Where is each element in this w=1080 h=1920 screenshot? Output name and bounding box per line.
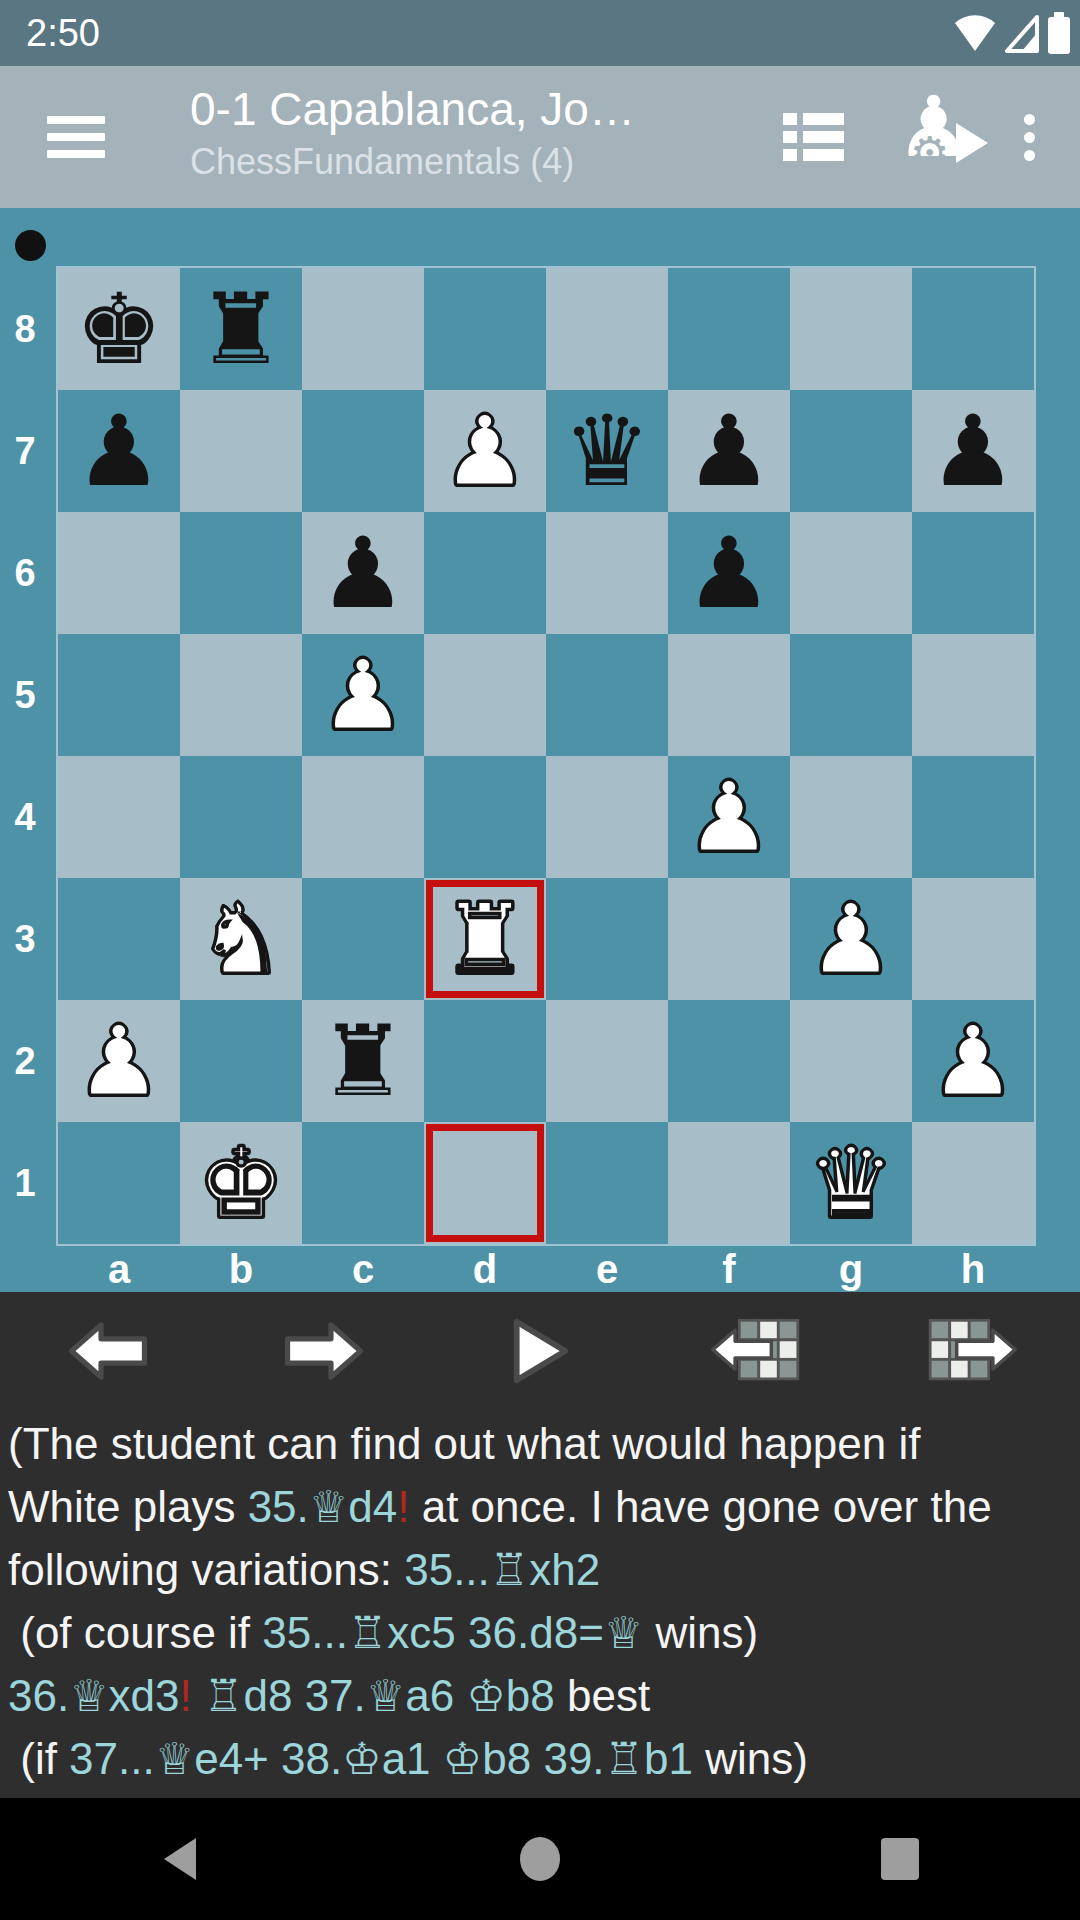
- rank-label-4: 4: [0, 756, 50, 878]
- square-b7[interactable]: [180, 390, 302, 512]
- rank-label-1: 1: [0, 1122, 50, 1244]
- comment-text: (The student can find out what would hap…: [8, 1419, 920, 1468]
- square-b6[interactable]: [180, 512, 302, 634]
- black-piece-k: ♚: [75, 280, 163, 378]
- square-f4[interactable]: ♟: [668, 756, 790, 878]
- next-move-button[interactable]: [216, 1292, 432, 1410]
- previous-game-button[interactable]: [648, 1292, 864, 1410]
- square-h2[interactable]: ♟: [912, 1000, 1034, 1122]
- square-h8[interactable]: [912, 268, 1034, 390]
- comment-text: best: [555, 1671, 650, 1720]
- move-text[interactable]: 35.♕d4: [248, 1482, 398, 1531]
- square-f6[interactable]: ♟: [668, 512, 790, 634]
- white-piece-p: ♟: [929, 1012, 1017, 1110]
- black-piece-r: ♜: [197, 280, 285, 378]
- black-to-move-indicator: [15, 230, 46, 261]
- square-e2[interactable]: [546, 1000, 668, 1122]
- cell-signal-icon: [1004, 11, 1040, 55]
- file-label-b: b: [180, 1246, 302, 1292]
- square-d5[interactable]: [424, 634, 546, 756]
- square-f1[interactable]: [668, 1122, 790, 1244]
- black-piece-p: ♟: [319, 524, 407, 622]
- square-a6[interactable]: [58, 512, 180, 634]
- square-d6[interactable]: [424, 512, 546, 634]
- square-a4[interactable]: [58, 756, 180, 878]
- white-piece-p: ♟: [75, 1012, 163, 1110]
- file-label-e: e: [546, 1246, 668, 1292]
- square-c4[interactable]: [302, 756, 424, 878]
- file-label-h: h: [912, 1246, 1034, 1292]
- previous-move-button[interactable]: [0, 1292, 216, 1410]
- square-h1[interactable]: [912, 1122, 1034, 1244]
- rank-labels: 87654321: [0, 268, 50, 1244]
- square-a5[interactable]: [58, 634, 180, 756]
- overflow-menu-icon[interactable]: [1024, 114, 1036, 161]
- square-c5[interactable]: ♟: [302, 634, 424, 756]
- square-h5[interactable]: [912, 634, 1034, 756]
- square-g1[interactable]: ♛: [790, 1122, 912, 1244]
- square-d2[interactable]: [424, 1000, 546, 1122]
- square-c6[interactable]: ♟: [302, 512, 424, 634]
- last-move-highlight-d3: [426, 880, 544, 998]
- square-c8[interactable]: [302, 268, 424, 390]
- recents-button[interactable]: [720, 1836, 1080, 1882]
- square-f2[interactable]: [668, 1000, 790, 1122]
- black-piece-p: ♟: [929, 402, 1017, 500]
- black-piece-p: ♟: [685, 402, 773, 500]
- square-g3[interactable]: ♟: [790, 878, 912, 1000]
- file-label-c: c: [302, 1246, 424, 1292]
- autoplay-button[interactable]: [432, 1292, 648, 1410]
- comment-text: White plays: [8, 1482, 248, 1531]
- square-a7[interactable]: ♟: [58, 390, 180, 512]
- android-nav-bar: [0, 1798, 1080, 1920]
- comment-text: wins): [693, 1734, 808, 1783]
- move-text[interactable]: ♖d8 37.♕a6 ♔b8: [192, 1671, 555, 1720]
- square-e5[interactable]: [546, 634, 668, 756]
- last-move-highlight-d1: [426, 1124, 544, 1242]
- appbar-actions: ♟ ⚙: [783, 66, 1080, 208]
- square-b4[interactable]: [180, 756, 302, 878]
- rank-label-3: 3: [0, 878, 50, 1000]
- board-forward-icon: [926, 1316, 1018, 1386]
- square-b8[interactable]: ♜: [180, 268, 302, 390]
- back-icon: [160, 1836, 200, 1882]
- square-a8[interactable]: ♚: [58, 268, 180, 390]
- menu-icon[interactable]: [47, 116, 105, 158]
- square-c2[interactable]: ♜: [302, 1000, 424, 1122]
- square-g8[interactable]: [790, 268, 912, 390]
- back-button[interactable]: [0, 1836, 360, 1882]
- nag-annotation: !: [397, 1482, 409, 1531]
- square-h4[interactable]: [912, 756, 1034, 878]
- square-c1[interactable]: [302, 1122, 424, 1244]
- file-labels: abcdefgh: [58, 1246, 1034, 1292]
- annotation-line-1: (The student can find out what would hap…: [8, 1412, 1072, 1475]
- controls-bar: [0, 1292, 1080, 1410]
- square-d8[interactable]: [424, 268, 546, 390]
- square-e4[interactable]: [546, 756, 668, 878]
- status-bar: 2:50: [0, 0, 1080, 66]
- square-g7[interactable]: [790, 390, 912, 512]
- annotation-panel: (The student can find out what would hap…: [0, 1410, 1080, 1798]
- square-e1[interactable]: [546, 1122, 668, 1244]
- black-piece-r: ♜: [319, 1012, 407, 1110]
- comment-text: (of course if: [8, 1608, 262, 1657]
- board: ♚♜♟♟♛♟♟♟♟♟♟♞♜♟♟♜♟♚♛: [58, 268, 1034, 1244]
- square-e6[interactable]: [546, 512, 668, 634]
- forward-arrow-icon: [282, 1318, 366, 1384]
- square-f8[interactable]: [668, 268, 790, 390]
- rank-label-7: 7: [0, 390, 50, 512]
- square-b1[interactable]: ♚: [180, 1122, 302, 1244]
- game-list-icon[interactable]: [783, 113, 844, 161]
- home-icon: [517, 1836, 563, 1882]
- rank-label-2: 2: [0, 1000, 50, 1122]
- file-label-d: d: [424, 1246, 546, 1292]
- app-bar: 0-1 Capablanca, Jo… ChessFundamentals (4…: [0, 66, 1080, 208]
- board-back-icon: [710, 1316, 802, 1386]
- file-label-f: f: [668, 1246, 790, 1292]
- square-h7[interactable]: ♟: [912, 390, 1034, 512]
- square-d4[interactable]: [424, 756, 546, 878]
- move-text[interactable]: 37...♕e4+ 38.♔a1 ♔b8 39.♖b1: [69, 1734, 693, 1783]
- play-icon: [956, 123, 988, 163]
- file-label-g: g: [790, 1246, 912, 1292]
- gear-icon: ⚙: [910, 131, 949, 175]
- square-f3[interactable]: [668, 878, 790, 1000]
- square-e8[interactable]: [546, 268, 668, 390]
- file-label-a: a: [58, 1246, 180, 1292]
- comment-text: at once. I have gone over the: [409, 1482, 991, 1531]
- page-title: 0-1 Capablanca, Jo…: [190, 80, 730, 138]
- wifi-icon: [952, 11, 998, 55]
- square-a2[interactable]: ♟: [58, 1000, 180, 1122]
- move-text[interactable]: 36.♕xd3: [8, 1671, 180, 1720]
- square-f7[interactable]: ♟: [668, 390, 790, 512]
- rank-label-5: 5: [0, 634, 50, 756]
- white-piece-p: ♟: [319, 646, 407, 744]
- nag-annotation: !: [180, 1671, 192, 1720]
- square-b2[interactable]: [180, 1000, 302, 1122]
- square-e3[interactable]: [546, 878, 668, 1000]
- white-piece-q: ♛: [807, 1134, 895, 1232]
- recents-icon: [879, 1836, 921, 1882]
- play-triangle-icon: [508, 1316, 572, 1386]
- black-piece-p: ♟: [685, 524, 773, 622]
- titles: 0-1 Capablanca, Jo… ChessFundamentals (4…: [190, 80, 730, 186]
- engine-analysis-icon[interactable]: ♟ ⚙: [896, 97, 996, 177]
- comment-text: wins): [643, 1608, 758, 1657]
- annotation-line-5: 36.♕xd3! ♖d8 37.♕a6 ♔b8 best: [8, 1664, 1072, 1727]
- square-g6[interactable]: [790, 512, 912, 634]
- annotation-line-6: (if 37...♕e4+ 38.♔a1 ♔b8 39.♖b1 wins): [8, 1727, 1072, 1790]
- square-a1[interactable]: [58, 1122, 180, 1244]
- white-piece-k: ♚: [197, 1134, 285, 1232]
- square-a3[interactable]: [58, 878, 180, 1000]
- comment-text: following variations:: [8, 1545, 404, 1594]
- square-b3[interactable]: ♞: [180, 878, 302, 1000]
- square-d7[interactable]: ♟: [424, 390, 546, 512]
- move-text[interactable]: 35...♖xc5 36.d8=♕: [262, 1608, 643, 1657]
- next-game-button[interactable]: [864, 1292, 1080, 1410]
- annotation-line-3: following variations: 35...♖xh2: [8, 1538, 1072, 1601]
- comment-text: (if: [8, 1734, 69, 1783]
- move-text[interactable]: 35...♖xh2: [404, 1545, 600, 1594]
- annotation-line-4: (of course if 35...♖xc5 36.d8=♕ wins): [8, 1601, 1072, 1664]
- white-piece-p: ♟: [441, 402, 529, 500]
- page-subtitle: ChessFundamentals (4): [190, 138, 730, 186]
- rank-label-8: 8: [0, 268, 50, 390]
- status-time: 2:50: [26, 12, 100, 55]
- status-icons: [952, 0, 1072, 66]
- square-g2[interactable]: [790, 1000, 912, 1122]
- black-piece-p: ♟: [75, 402, 163, 500]
- white-piece-p: ♟: [685, 768, 773, 866]
- square-c3[interactable]: [302, 878, 424, 1000]
- battery-icon: [1046, 9, 1072, 57]
- square-e7[interactable]: ♛: [546, 390, 668, 512]
- back-arrow-icon: [66, 1318, 150, 1384]
- square-b5[interactable]: [180, 634, 302, 756]
- annotation-line-2: White plays 35.♕d4! at once. I have gone…: [8, 1475, 1072, 1538]
- square-g4[interactable]: [790, 756, 912, 878]
- square-h6[interactable]: [912, 512, 1034, 634]
- white-piece-n: ♞: [197, 890, 285, 988]
- home-button[interactable]: [360, 1836, 720, 1882]
- square-h3[interactable]: [912, 878, 1034, 1000]
- rank-label-6: 6: [0, 512, 50, 634]
- white-piece-p: ♟: [807, 890, 895, 988]
- square-f5[interactable]: [668, 634, 790, 756]
- black-piece-q: ♛: [563, 402, 651, 500]
- square-g5[interactable]: [790, 634, 912, 756]
- square-c7[interactable]: [302, 390, 424, 512]
- board-section: ♚♜♟♟♛♟♟♟♟♟♟♞♜♟♟♜♟♚♛ 87654321 abcdefgh: [0, 208, 1080, 1292]
- phone-screen: 2:50 0-1 Capablanca, Jo… ChessFundamenta…: [0, 0, 1080, 1920]
